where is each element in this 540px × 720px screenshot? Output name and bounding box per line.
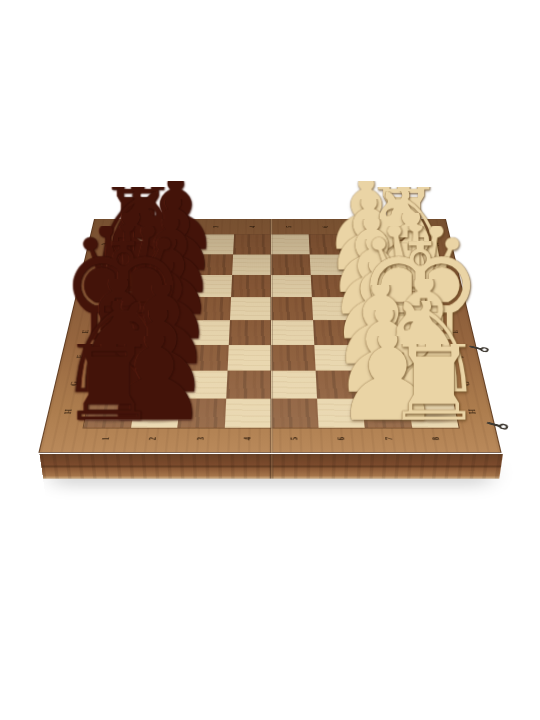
square-f3: [183, 345, 228, 371]
square-a2: ♟: [156, 235, 196, 255]
square-e2: ♟: [143, 320, 188, 345]
clasp-ring: [479, 346, 489, 352]
piece-shadow: [379, 258, 436, 275]
rank-label-7: 7: [367, 424, 410, 455]
square-e1: ♚: [100, 320, 146, 345]
square-e3: [186, 320, 230, 345]
square-a5: [271, 235, 309, 255]
rank-label-8: 8: [382, 217, 415, 236]
rank-label-7: 7: [346, 217, 379, 236]
square-g8: ♞: [403, 371, 453, 399]
square-e8: ♚: [396, 320, 442, 345]
square-a4: [233, 235, 271, 255]
square-e4: [228, 320, 271, 345]
square-h8: ♜: [407, 398, 458, 427]
square-g4: [226, 371, 271, 399]
rank-label-6: 6: [309, 217, 341, 236]
board-scene: 12345678 12345678 ABCDEFGH ABCDEFGH ♜♟♟♜…: [70, 120, 470, 520]
square-a8: ♜: [383, 235, 424, 255]
rank-label-8: 8: [413, 424, 457, 455]
square-d5: [271, 297, 313, 320]
square-b3: [192, 254, 232, 275]
square-f5: [271, 345, 315, 371]
square-d2: ♟: [146, 297, 190, 320]
square-h2: ♟: [131, 398, 181, 427]
square-d8: ♛: [392, 297, 437, 320]
square-f2: ♟: [139, 345, 186, 371]
square-e7: ♟: [354, 320, 399, 345]
piece-shadow: [391, 349, 456, 370]
rank-label-2: 2: [162, 217, 195, 236]
square-a3: [194, 235, 233, 255]
square-f8: ♝: [399, 345, 447, 371]
square-b4: [232, 254, 271, 275]
square-c5: [271, 275, 311, 297]
rank-label-3: 3: [199, 217, 231, 236]
rank-label-4: 4: [226, 424, 266, 455]
square-h4: [224, 398, 271, 427]
square-h5: [271, 398, 318, 427]
square-e6: [313, 320, 357, 345]
chess-board: 12345678 12345678 ABCDEFGH ABCDEFGH ♜♟♟♜…: [38, 219, 501, 453]
square-e5: [271, 320, 314, 345]
rank-label-6: 6: [320, 424, 361, 455]
square-b8: ♞: [386, 254, 428, 275]
square-c4: [231, 275, 271, 297]
square-c2: ♟: [150, 275, 193, 297]
board-front-face: [39, 454, 503, 479]
piece-shadow: [395, 376, 462, 398]
square-c3: [190, 275, 231, 297]
piece-shadow: [376, 238, 432, 254]
piece-shadow: [399, 403, 468, 427]
square-d4: [229, 297, 271, 320]
rank-label-3: 3: [178, 424, 219, 455]
product-photo: 12345678 12345678 ABCDEFGH ABCDEFGH ♜♟♟♜…: [0, 0, 540, 720]
square-h3: [177, 398, 225, 427]
square-c8: ♝: [389, 275, 433, 297]
piece-shadow: [388, 324, 451, 344]
square-g3: [180, 371, 227, 399]
square-g2: ♟: [135, 371, 183, 399]
square-f4: [227, 345, 271, 371]
rank-label-1: 1: [83, 424, 127, 455]
square-d3: [188, 297, 231, 320]
piece-shadow: [385, 301, 446, 320]
rank-label-2: 2: [131, 424, 174, 455]
rank-label-5: 5: [273, 217, 304, 236]
rank-label-5: 5: [274, 424, 314, 455]
clasp-ring: [498, 423, 509, 431]
front-face-seam: [269, 454, 272, 478]
square-g5: [271, 371, 316, 399]
rank-label-4: 4: [236, 217, 267, 236]
square-b2: ♟: [153, 254, 194, 275]
square-b5: [271, 254, 310, 275]
rank-label-1: 1: [125, 217, 158, 236]
